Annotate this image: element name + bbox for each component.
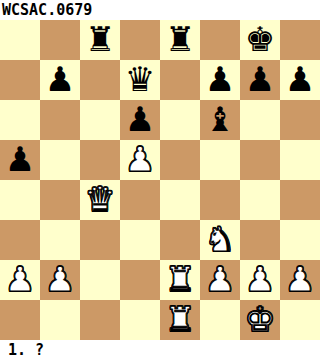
chess-board: ♜♜♚♟♛♟♟♟♟♝♟♟♛♞♟♟♜♟♟♟♜♚ (0, 20, 320, 340)
piece-black-pawn-d6: ♟ (125, 100, 155, 139)
square-f2[interactable]: ♟ (200, 260, 240, 300)
piece-white-pawn-a2: ♟ (5, 260, 35, 299)
square-f8[interactable] (200, 20, 240, 60)
piece-white-rook-e1: ♜ (165, 300, 195, 339)
square-e2[interactable]: ♜ (160, 260, 200, 300)
square-d6[interactable]: ♟ (120, 100, 160, 140)
square-a6[interactable] (0, 100, 40, 140)
square-b7[interactable]: ♟ (40, 60, 80, 100)
square-g5[interactable] (240, 140, 280, 180)
square-h1[interactable] (280, 300, 320, 340)
square-g3[interactable] (240, 220, 280, 260)
square-d2[interactable] (120, 260, 160, 300)
square-c7[interactable] (80, 60, 120, 100)
square-c5[interactable] (80, 140, 120, 180)
piece-black-pawn-a5: ♟ (5, 140, 35, 179)
square-g1[interactable]: ♚ (240, 300, 280, 340)
square-c4[interactable]: ♛ (80, 180, 120, 220)
piece-black-rook-c8: ♜ (85, 20, 115, 59)
square-f7[interactable]: ♟ (200, 60, 240, 100)
square-d4[interactable] (120, 180, 160, 220)
square-b3[interactable] (40, 220, 80, 260)
piece-black-bishop-f6: ♝ (205, 100, 235, 139)
square-a2[interactable]: ♟ (0, 260, 40, 300)
square-h6[interactable] (280, 100, 320, 140)
piece-black-pawn-g7: ♟ (245, 60, 275, 99)
piece-white-pawn-d5: ♟ (125, 140, 155, 179)
piece-white-pawn-b2: ♟ (45, 260, 75, 299)
piece-white-pawn-f2: ♟ (205, 260, 235, 299)
square-f6[interactable]: ♝ (200, 100, 240, 140)
piece-white-king-g1: ♚ (245, 300, 275, 339)
square-h8[interactable] (280, 20, 320, 60)
piece-white-knight-f3: ♞ (205, 220, 235, 259)
status-bar: 1. ? (0, 340, 320, 360)
piece-white-pawn-h2: ♟ (285, 260, 315, 299)
square-f1[interactable] (200, 300, 240, 340)
puzzle-title: WCSAC.0679 (2, 1, 92, 19)
square-d5[interactable]: ♟ (120, 140, 160, 180)
square-g8[interactable]: ♚ (240, 20, 280, 60)
square-g4[interactable] (240, 180, 280, 220)
square-b2[interactable]: ♟ (40, 260, 80, 300)
piece-white-queen-c4: ♛ (85, 180, 115, 219)
square-d3[interactable] (120, 220, 160, 260)
square-d8[interactable] (120, 20, 160, 60)
move-prompt: 1. ? (8, 341, 44, 359)
square-b4[interactable] (40, 180, 80, 220)
piece-white-pawn-g2: ♟ (245, 260, 275, 299)
square-b1[interactable] (40, 300, 80, 340)
square-g6[interactable] (240, 100, 280, 140)
piece-black-pawn-f7: ♟ (205, 60, 235, 99)
square-a1[interactable] (0, 300, 40, 340)
square-c8[interactable]: ♜ (80, 20, 120, 60)
square-e4[interactable] (160, 180, 200, 220)
square-e8[interactable]: ♜ (160, 20, 200, 60)
square-b8[interactable] (40, 20, 80, 60)
square-h2[interactable]: ♟ (280, 260, 320, 300)
square-b6[interactable] (40, 100, 80, 140)
square-d1[interactable] (120, 300, 160, 340)
square-e6[interactable] (160, 100, 200, 140)
square-h4[interactable] (280, 180, 320, 220)
square-c6[interactable] (80, 100, 120, 140)
square-c1[interactable] (80, 300, 120, 340)
square-f3[interactable]: ♞ (200, 220, 240, 260)
square-f4[interactable] (200, 180, 240, 220)
piece-black-king-g8: ♚ (245, 20, 275, 59)
square-a5[interactable]: ♟ (0, 140, 40, 180)
piece-black-pawn-b7: ♟ (45, 60, 75, 99)
square-a8[interactable] (0, 20, 40, 60)
square-b5[interactable] (40, 140, 80, 180)
square-a7[interactable] (0, 60, 40, 100)
chess-diagram-window: WCSAC.0679 ♜♜♚♟♛♟♟♟♟♝♟♟♛♞♟♟♜♟♟♟♜♚ 1. ? (0, 0, 320, 360)
square-c3[interactable] (80, 220, 120, 260)
square-f5[interactable] (200, 140, 240, 180)
square-c2[interactable] (80, 260, 120, 300)
square-e3[interactable] (160, 220, 200, 260)
square-e5[interactable] (160, 140, 200, 180)
square-g7[interactable]: ♟ (240, 60, 280, 100)
square-h5[interactable] (280, 140, 320, 180)
piece-white-rook-e2: ♜ (165, 260, 195, 299)
piece-black-queen-d7: ♛ (125, 60, 155, 99)
square-e1[interactable]: ♜ (160, 300, 200, 340)
title-bar: WCSAC.0679 (0, 0, 320, 20)
square-a4[interactable] (0, 180, 40, 220)
piece-black-pawn-h7: ♟ (285, 60, 315, 99)
square-d7[interactable]: ♛ (120, 60, 160, 100)
square-e7[interactable] (160, 60, 200, 100)
square-a3[interactable] (0, 220, 40, 260)
square-h7[interactable]: ♟ (280, 60, 320, 100)
square-g2[interactable]: ♟ (240, 260, 280, 300)
square-h3[interactable] (280, 220, 320, 260)
piece-black-rook-e8: ♜ (165, 20, 195, 59)
